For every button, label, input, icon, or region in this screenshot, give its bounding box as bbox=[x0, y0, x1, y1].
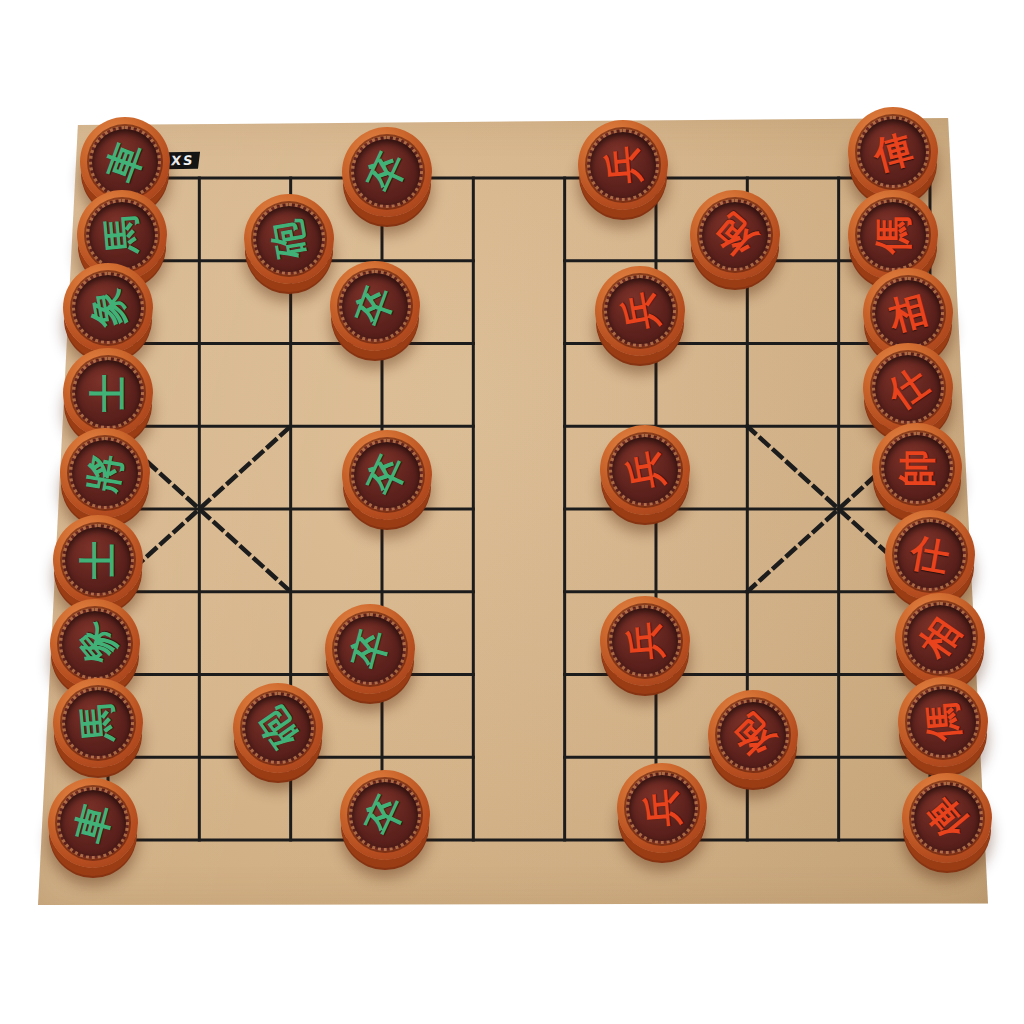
piece-red-cannon-1[interactable]: 炮 bbox=[690, 190, 780, 280]
piece-green-general[interactable]: 將 bbox=[60, 428, 150, 518]
piece-face: 象 bbox=[72, 272, 144, 344]
piece-character: 傌 bbox=[922, 702, 963, 743]
piece-face: 仕 bbox=[894, 519, 966, 591]
piece-character: 馬 bbox=[77, 703, 118, 744]
piece-face: 相 bbox=[872, 277, 944, 349]
piece-red-advisor-1[interactable]: 仕 bbox=[863, 343, 953, 433]
piece-face: 馬 bbox=[62, 687, 134, 759]
piece-red-soldier-5[interactable]: 兵 bbox=[617, 763, 707, 853]
piece-character: 象 bbox=[86, 285, 130, 329]
piece-red-chariot-1[interactable]: 俥 bbox=[848, 107, 938, 197]
piece-face: 俥 bbox=[911, 782, 983, 854]
piece-red-horse-1[interactable]: 傌 bbox=[848, 190, 938, 280]
piece-face: 象 bbox=[59, 608, 131, 680]
piece-green-soldier-3[interactable]: 卒 bbox=[342, 430, 432, 520]
piece-face: 相 bbox=[904, 602, 976, 674]
piece-green-advisor-1[interactable]: 士 bbox=[63, 348, 153, 438]
piece-green-soldier-4[interactable]: 卒 bbox=[325, 604, 415, 694]
piece-green-advisor-2[interactable]: 士 bbox=[53, 515, 143, 605]
xiangqi-board-mat bbox=[38, 118, 988, 905]
piece-face: 兵 bbox=[587, 129, 659, 201]
piece-character: 帥 bbox=[898, 449, 936, 487]
piece-character: 兵 bbox=[624, 620, 665, 661]
piece-character: 砲 bbox=[267, 217, 311, 261]
piece-character: 卒 bbox=[362, 450, 412, 500]
piece-face: 炮 bbox=[699, 199, 771, 271]
piece-red-soldier-2[interactable]: 兵 bbox=[595, 266, 685, 356]
piece-character: 相 bbox=[914, 611, 967, 664]
piece-face: 兵 bbox=[604, 275, 676, 347]
piece-face: 車 bbox=[89, 126, 161, 198]
piece-green-cannon-1[interactable]: 砲 bbox=[244, 194, 334, 284]
piece-face: 兵 bbox=[609, 434, 681, 506]
product-photo: XS 車馬象士將士象馬車砲砲卒卒卒卒卒兵兵兵兵兵炮炮俥傌相仕帥仕相傌俥 bbox=[0, 0, 1024, 1024]
piece-face: 將 bbox=[69, 437, 141, 509]
piece-face: 卒 bbox=[349, 779, 421, 851]
piece-green-soldier-2[interactable]: 卒 bbox=[330, 261, 420, 351]
piece-red-soldier-3[interactable]: 兵 bbox=[600, 425, 690, 515]
piece-character: 卒 bbox=[347, 625, 394, 672]
piece-red-elephant-2[interactable]: 相 bbox=[895, 593, 985, 683]
piece-green-horse-2[interactable]: 馬 bbox=[53, 678, 143, 768]
piece-face: 砲 bbox=[242, 692, 314, 764]
piece-character: 砲 bbox=[251, 702, 304, 755]
size-tag: XS bbox=[165, 152, 201, 170]
piece-character: 象 bbox=[68, 617, 122, 671]
piece-face: 車 bbox=[57, 787, 129, 859]
piece-green-soldier-1[interactable]: 卒 bbox=[342, 127, 432, 217]
piece-face: 帥 bbox=[881, 432, 953, 504]
piece-character: 仕 bbox=[908, 533, 952, 577]
piece-face: 馬 bbox=[86, 199, 158, 271]
piece-red-advisor-2[interactable]: 仕 bbox=[885, 510, 975, 600]
piece-character: 俥 bbox=[920, 791, 974, 845]
piece-character: 士 bbox=[79, 541, 117, 579]
piece-character: 卒 bbox=[351, 281, 400, 330]
piece-face: 傌 bbox=[907, 686, 979, 758]
piece-face: 兵 bbox=[609, 605, 681, 677]
piece-face: 卒 bbox=[351, 136, 423, 208]
piece-character: 士 bbox=[89, 374, 127, 412]
piece-character: 兵 bbox=[623, 448, 667, 492]
piece-red-horse-2[interactable]: 傌 bbox=[898, 677, 988, 767]
piece-face: 士 bbox=[62, 524, 134, 596]
piece-face: 卒 bbox=[339, 270, 411, 342]
piece-character: 傌 bbox=[874, 216, 912, 254]
piece-character: 炮 bbox=[726, 708, 780, 762]
piece-red-soldier-1[interactable]: 兵 bbox=[578, 120, 668, 210]
piece-character: 卒 bbox=[360, 790, 410, 840]
piece-face: 俥 bbox=[857, 116, 929, 188]
piece-character: 炮 bbox=[709, 208, 763, 262]
piece-character: 兵 bbox=[602, 144, 643, 185]
piece-character: 車 bbox=[101, 138, 150, 187]
piece-character: 相 bbox=[885, 289, 932, 336]
piece-face: 傌 bbox=[857, 199, 929, 271]
piece-character: 俥 bbox=[870, 129, 917, 176]
piece-character: 馬 bbox=[101, 214, 142, 255]
piece-face: 卒 bbox=[334, 613, 406, 685]
piece-red-soldier-4[interactable]: 兵 bbox=[600, 596, 690, 686]
piece-red-chariot-2[interactable]: 俥 bbox=[902, 773, 992, 863]
piece-green-soldier-5[interactable]: 卒 bbox=[340, 770, 430, 860]
piece-character: 兵 bbox=[641, 787, 682, 828]
piece-red-cannon-2[interactable]: 炮 bbox=[708, 690, 798, 780]
piece-face: 砲 bbox=[253, 203, 325, 275]
piece-face: 士 bbox=[72, 357, 144, 429]
piece-character: 將 bbox=[83, 451, 127, 495]
piece-character: 兵 bbox=[618, 288, 662, 332]
piece-character: 卒 bbox=[362, 147, 412, 197]
piece-green-elephant-2[interactable]: 象 bbox=[50, 599, 140, 689]
piece-green-chariot-2[interactable]: 車 bbox=[48, 778, 138, 868]
piece-red-general[interactable]: 帥 bbox=[872, 423, 962, 513]
piece-green-cannon-2[interactable]: 砲 bbox=[233, 683, 323, 773]
piece-face: 仕 bbox=[872, 352, 944, 424]
piece-character: 仕 bbox=[882, 362, 935, 415]
piece-face: 卒 bbox=[351, 439, 423, 511]
piece-face: 炮 bbox=[717, 699, 789, 771]
piece-green-elephant-1[interactable]: 象 bbox=[63, 263, 153, 353]
piece-character: 車 bbox=[70, 800, 117, 847]
piece-face: 兵 bbox=[626, 772, 698, 844]
